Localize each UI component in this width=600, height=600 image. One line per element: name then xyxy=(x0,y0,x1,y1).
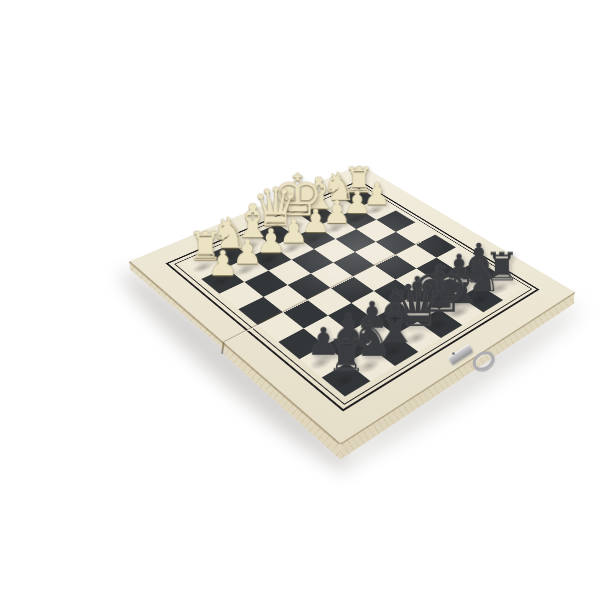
clasp-screw xyxy=(452,352,455,355)
chess-box-top: ♜♞♝♛♚♝♞♜♟♟♟♟♟♟♟♟♟♟♟♟♟♟♟♟♜♞♝♛♚♝♞♜ xyxy=(130,164,574,442)
square-e4 xyxy=(332,251,374,276)
square-a8: ♜ xyxy=(320,362,369,396)
product-photo-scene: ♜♞♝♛♚♝♞♜♟♟♟♟♟♟♟♟♟♟♟♟♟♟♟♟♜♞♝♛♚♝♞♜ xyxy=(0,0,600,600)
